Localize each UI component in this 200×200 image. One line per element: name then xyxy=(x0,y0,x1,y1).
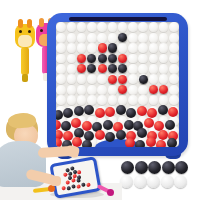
pile-bead-red[interactable] xyxy=(95,130,105,140)
loose-bead-black[interactable] xyxy=(148,161,161,174)
pen-stick xyxy=(21,47,29,75)
main-board xyxy=(47,13,188,156)
loose-bead-black[interactable] xyxy=(175,161,188,174)
giraffe-muzzle-icon xyxy=(18,35,32,47)
pile-bead-red[interactable] xyxy=(105,107,115,117)
loose-bead-black[interactable] xyxy=(162,161,175,174)
pile-bead-red[interactable] xyxy=(95,108,105,118)
pile-bead-black[interactable] xyxy=(63,108,73,118)
pile-bead-black[interactable] xyxy=(124,120,134,130)
pile-bead-black[interactable] xyxy=(84,105,94,115)
pile-bead-red[interactable] xyxy=(158,130,168,140)
loose-bead-white[interactable] xyxy=(134,175,147,188)
mini-bead xyxy=(86,183,91,188)
mini-pen-yellow-head xyxy=(48,185,55,192)
pile-bead-black[interactable] xyxy=(105,132,115,142)
mini-bead xyxy=(76,185,81,190)
child-hand xyxy=(50,176,61,186)
giraffe-ear-knob-icon xyxy=(18,19,23,28)
pile-bead-red[interactable] xyxy=(147,108,157,118)
pile-bead-black[interactable] xyxy=(135,140,145,148)
mini-bead xyxy=(66,180,71,185)
loose-bead-white[interactable] xyxy=(161,175,174,188)
giraffe-eye-icon xyxy=(28,30,31,33)
mini-bead xyxy=(67,186,72,191)
pen-storage-slot xyxy=(69,17,167,21)
pile-bead-red[interactable] xyxy=(168,107,178,117)
pile-bead-black[interactable] xyxy=(74,106,84,116)
mini-bead xyxy=(76,178,81,183)
loose-bead-black[interactable] xyxy=(135,161,148,174)
pile-bead-red[interactable] xyxy=(144,118,154,128)
pile-bead-red[interactable] xyxy=(137,106,147,116)
pile-bead-black[interactable] xyxy=(126,108,136,118)
mini-pen-pink-head xyxy=(107,189,114,196)
pile-bead-red[interactable] xyxy=(156,140,166,148)
pile-bead-black[interactable] xyxy=(116,130,126,140)
pile-bead-black[interactable] xyxy=(137,128,147,138)
giraffe-head-icon xyxy=(15,24,35,48)
bead-pile-tray xyxy=(56,22,179,147)
loose-bead-white[interactable] xyxy=(147,175,160,188)
pile-bead-black[interactable] xyxy=(103,120,113,130)
loose-bead-black[interactable] xyxy=(121,161,134,174)
mini-bead xyxy=(77,170,82,175)
pile-bead-red[interactable] xyxy=(82,121,92,131)
pile-bead-red[interactable] xyxy=(146,137,156,147)
pile-bead-red[interactable] xyxy=(125,138,135,147)
pen-tip xyxy=(22,74,28,82)
product-photo xyxy=(0,0,200,200)
pile-bead-red[interactable] xyxy=(71,118,81,128)
mini-bead xyxy=(62,186,67,191)
giraffe-eye-icon xyxy=(19,30,22,33)
pile-bead-black[interactable] xyxy=(116,105,126,115)
pile-bead-black[interactable] xyxy=(167,138,177,147)
board-surface xyxy=(56,22,179,147)
mini-bead xyxy=(71,178,76,183)
loose-bead-white[interactable] xyxy=(174,175,187,188)
mini-bead xyxy=(72,185,77,190)
pile-bead-black[interactable] xyxy=(82,140,92,148)
mini-bead xyxy=(81,183,86,188)
pile-bead-black[interactable] xyxy=(61,121,71,131)
giraffe-ear-knob-icon xyxy=(27,19,32,28)
pile-bead-black[interactable] xyxy=(158,105,168,115)
giraffe-eye-icon xyxy=(40,29,43,32)
pile-bead-black[interactable] xyxy=(165,120,175,130)
giraffe-ear-knob-icon xyxy=(39,18,44,27)
